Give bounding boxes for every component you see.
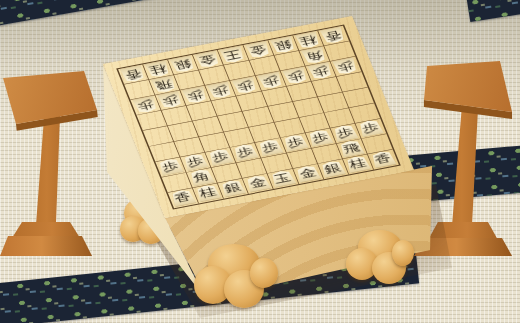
leg-lobe bbox=[392, 240, 414, 266]
piece-king-sente[interactable]: 玉 bbox=[269, 169, 297, 188]
piece-knight-sente[interactable]: 桂 bbox=[344, 155, 372, 174]
piece-silver-sente[interactable]: 銀 bbox=[219, 179, 247, 198]
shogi-set-photo: 香桂銀金王金銀桂香飛角歩歩歩歩歩歩歩歩歩歩歩歩歩歩歩歩歩歩角飛香桂銀金玉金銀桂香 bbox=[0, 0, 520, 323]
leg-lobe bbox=[250, 258, 278, 288]
piece-silver-sente[interactable]: 銀 bbox=[319, 160, 347, 179]
piece-gold-sente[interactable]: 金 bbox=[294, 164, 322, 183]
cell-19[interactable]: 香 bbox=[368, 149, 399, 169]
board-leg-front-left bbox=[194, 244, 278, 310]
board-leg-front-right bbox=[346, 230, 414, 288]
komadai-left bbox=[0, 70, 104, 260]
piece-lance-sente[interactable]: 香 bbox=[169, 188, 197, 207]
piece-lance-sente[interactable]: 香 bbox=[369, 150, 397, 169]
piece-knight-sente[interactable]: 桂 bbox=[194, 184, 222, 203]
piece-gold-sente[interactable]: 金 bbox=[244, 174, 272, 193]
